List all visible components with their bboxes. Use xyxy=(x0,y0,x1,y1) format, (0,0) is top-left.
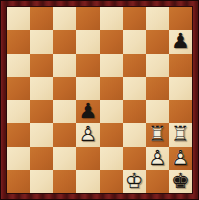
square-c5[interactable] xyxy=(53,77,76,100)
square-g3[interactable]: ♜♖ xyxy=(146,123,169,146)
piece-white-king-f1: ♚♔ xyxy=(123,170,146,193)
square-f7[interactable] xyxy=(123,30,146,53)
piece-black-pawn-d4: ♟ xyxy=(76,100,99,123)
piece-white-pawn-g2: ♟♙ xyxy=(146,147,169,170)
square-b2[interactable] xyxy=(30,147,53,170)
piece-white-rook-g3: ♜♖ xyxy=(146,123,169,146)
square-g5[interactable] xyxy=(146,77,169,100)
square-f4[interactable] xyxy=(123,100,146,123)
square-a3[interactable] xyxy=(7,123,30,146)
square-a5[interactable] xyxy=(7,77,30,100)
square-g8[interactable] xyxy=(146,7,169,30)
square-d6[interactable] xyxy=(76,54,99,77)
square-g6[interactable] xyxy=(146,54,169,77)
square-e4[interactable] xyxy=(100,100,123,123)
square-g4[interactable] xyxy=(146,100,169,123)
piece-black-king-h1: ♚ xyxy=(169,170,192,193)
square-d8[interactable] xyxy=(76,7,99,30)
square-f2[interactable] xyxy=(123,147,146,170)
square-b8[interactable] xyxy=(30,7,53,30)
square-f5[interactable] xyxy=(123,77,146,100)
square-c4[interactable] xyxy=(53,100,76,123)
square-d7[interactable] xyxy=(76,30,99,53)
square-b1[interactable] xyxy=(30,170,53,193)
square-e3[interactable] xyxy=(100,123,123,146)
square-b7[interactable] xyxy=(30,30,53,53)
square-e1[interactable] xyxy=(100,170,123,193)
square-g2[interactable]: ♟♙ xyxy=(146,147,169,170)
square-d5[interactable] xyxy=(76,77,99,100)
chess-diagram-frame: ♟♟♟♙♜♖♜♖♟♙♟♙♚♔♚ xyxy=(0,0,199,200)
square-a1[interactable] xyxy=(7,170,30,193)
square-f8[interactable] xyxy=(123,7,146,30)
square-h6[interactable] xyxy=(169,54,192,77)
square-c8[interactable] xyxy=(53,7,76,30)
square-h7[interactable]: ♟ xyxy=(169,30,192,53)
square-h3[interactable]: ♜♖ xyxy=(169,123,192,146)
square-e5[interactable] xyxy=(100,77,123,100)
square-a4[interactable] xyxy=(7,100,30,123)
square-h1[interactable]: ♚ xyxy=(169,170,192,193)
square-h8[interactable] xyxy=(169,7,192,30)
square-a6[interactable] xyxy=(7,54,30,77)
square-d2[interactable] xyxy=(76,147,99,170)
square-e7[interactable] xyxy=(100,30,123,53)
square-g7[interactable] xyxy=(146,30,169,53)
piece-white-pawn-h2: ♟♙ xyxy=(169,147,192,170)
square-a8[interactable] xyxy=(7,7,30,30)
square-f1[interactable]: ♚♔ xyxy=(123,170,146,193)
square-e6[interactable] xyxy=(100,54,123,77)
square-c2[interactable] xyxy=(53,147,76,170)
square-d1[interactable] xyxy=(76,170,99,193)
square-b5[interactable] xyxy=(30,77,53,100)
square-e8[interactable] xyxy=(100,7,123,30)
square-h4[interactable] xyxy=(169,100,192,123)
square-b6[interactable] xyxy=(30,54,53,77)
piece-black-pawn-h7: ♟ xyxy=(169,30,192,53)
square-f6[interactable] xyxy=(123,54,146,77)
square-e2[interactable] xyxy=(100,147,123,170)
square-c6[interactable] xyxy=(53,54,76,77)
chess-board: ♟♟♟♙♜♖♜♖♟♙♟♙♚♔♚ xyxy=(6,6,193,194)
square-c7[interactable] xyxy=(53,30,76,53)
square-b4[interactable] xyxy=(30,100,53,123)
piece-white-rook-h3: ♜♖ xyxy=(169,123,192,146)
square-g1[interactable] xyxy=(146,170,169,193)
square-f3[interactable] xyxy=(123,123,146,146)
square-a2[interactable] xyxy=(7,147,30,170)
square-c1[interactable] xyxy=(53,170,76,193)
square-h2[interactable]: ♟♙ xyxy=(169,147,192,170)
square-d3[interactable]: ♟♙ xyxy=(76,123,99,146)
square-d4[interactable]: ♟ xyxy=(76,100,99,123)
square-b3[interactable] xyxy=(30,123,53,146)
square-a7[interactable] xyxy=(7,30,30,53)
square-c3[interactable] xyxy=(53,123,76,146)
piece-white-pawn-d3: ♟♙ xyxy=(76,123,99,146)
square-h5[interactable] xyxy=(169,77,192,100)
